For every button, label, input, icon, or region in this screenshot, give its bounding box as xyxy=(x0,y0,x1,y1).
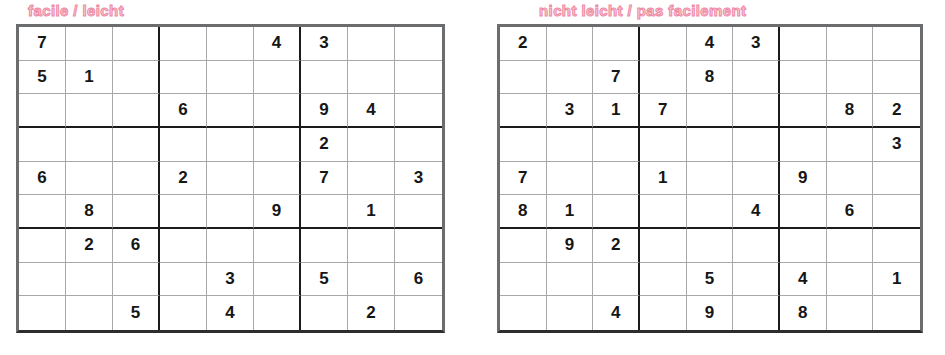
cell-r3c8: 4 xyxy=(348,94,395,128)
cell-r3c4: 6 xyxy=(160,94,207,128)
cell-r6c7 xyxy=(301,195,348,229)
cell-r3c6 xyxy=(733,94,780,128)
cell-r1c2 xyxy=(547,27,594,61)
cell-r1c7: 3 xyxy=(301,27,348,61)
cell-r5c3 xyxy=(593,162,640,196)
cell-r1c7 xyxy=(780,27,827,61)
cell-r4c1 xyxy=(19,128,66,162)
cell-r7c7 xyxy=(301,229,348,263)
cell-r6c8: 1 xyxy=(348,195,395,229)
cell-r1c1: 7 xyxy=(19,27,66,61)
cell-r1c3 xyxy=(593,27,640,61)
cell-r5c1: 6 xyxy=(19,162,66,196)
cell-r6c5 xyxy=(207,195,254,229)
cell-r2c4 xyxy=(160,61,207,95)
puzzle-title-hard: nicht leicht / pas facilement xyxy=(497,2,923,24)
cell-r5c5 xyxy=(687,162,734,196)
cell-r1c8 xyxy=(348,27,395,61)
cell-r6c7 xyxy=(780,195,827,229)
cell-r7c6 xyxy=(733,229,780,263)
cell-r4c3 xyxy=(593,128,640,162)
cell-r4c1 xyxy=(500,128,547,162)
cell-r7c4 xyxy=(640,229,687,263)
cell-r7c9 xyxy=(395,229,442,263)
cell-r8c3 xyxy=(113,263,160,297)
puzzle-easy: facile / leicht 743516942627389126356542 xyxy=(16,2,445,333)
sudoku-grid-easy: 743516942627389126356542 xyxy=(16,24,445,333)
cell-r9c4 xyxy=(160,296,207,330)
cell-r8c2 xyxy=(547,263,594,297)
cell-r2c5: 8 xyxy=(687,61,734,95)
cell-r3c2: 3 xyxy=(547,94,594,128)
cell-r6c5 xyxy=(687,195,734,229)
cell-r7c8 xyxy=(827,229,874,263)
cell-r6c3 xyxy=(593,195,640,229)
puzzle-hard: nicht leicht / pas facilement 2437831782… xyxy=(497,2,923,333)
cell-r5c8 xyxy=(348,162,395,196)
cell-r8c4 xyxy=(640,263,687,297)
cell-r9c2 xyxy=(66,296,113,330)
cell-r6c1 xyxy=(19,195,66,229)
cell-r4c4 xyxy=(160,128,207,162)
cell-r7c4 xyxy=(160,229,207,263)
cell-r4c8 xyxy=(348,128,395,162)
cell-r7c5 xyxy=(207,229,254,263)
cell-r8c5: 3 xyxy=(207,263,254,297)
cell-r5c4: 2 xyxy=(160,162,207,196)
cell-r1c1: 2 xyxy=(500,27,547,61)
cell-r7c2: 2 xyxy=(66,229,113,263)
cell-r2c9 xyxy=(873,61,920,95)
cell-r8c6 xyxy=(733,263,780,297)
cell-r8c3 xyxy=(593,263,640,297)
cell-r4c6 xyxy=(733,128,780,162)
cell-r3c6 xyxy=(254,94,301,128)
cell-r9c7: 8 xyxy=(780,296,827,330)
cell-r3c4: 7 xyxy=(640,94,687,128)
cell-r8c9: 1 xyxy=(873,263,920,297)
cell-r9c6 xyxy=(733,296,780,330)
cell-r6c4 xyxy=(160,195,207,229)
cell-r3c8: 8 xyxy=(827,94,874,128)
cell-r2c6 xyxy=(733,61,780,95)
cell-r3c1 xyxy=(500,94,547,128)
cell-r2c5 xyxy=(207,61,254,95)
cell-r7c2: 9 xyxy=(547,229,594,263)
cell-r8c8 xyxy=(348,263,395,297)
cell-r7c3: 6 xyxy=(113,229,160,263)
cell-r2c2 xyxy=(547,61,594,95)
cell-r9c1 xyxy=(500,296,547,330)
cell-r3c5 xyxy=(687,94,734,128)
cell-r5c4: 1 xyxy=(640,162,687,196)
cell-r1c6: 4 xyxy=(254,27,301,61)
cell-r1c9 xyxy=(873,27,920,61)
cell-r1c9 xyxy=(395,27,442,61)
cell-r9c2 xyxy=(547,296,594,330)
puzzle-title-easy: facile / leicht xyxy=(16,2,445,24)
cell-r6c9 xyxy=(395,195,442,229)
cell-r8c9: 6 xyxy=(395,263,442,297)
cell-r9c4 xyxy=(640,296,687,330)
cell-r9c9 xyxy=(395,296,442,330)
cell-r1c8 xyxy=(827,27,874,61)
cell-r5c7: 7 xyxy=(301,162,348,196)
cell-r8c6 xyxy=(254,263,301,297)
cell-r9c3: 5 xyxy=(113,296,160,330)
cell-r4c2 xyxy=(547,128,594,162)
cell-r6c1: 8 xyxy=(500,195,547,229)
cell-r2c1 xyxy=(500,61,547,95)
cell-r5c1: 7 xyxy=(500,162,547,196)
cell-r3c3: 1 xyxy=(593,94,640,128)
cell-r8c1 xyxy=(19,263,66,297)
cell-r7c5 xyxy=(687,229,734,263)
cell-r1c4 xyxy=(640,27,687,61)
cell-r4c4 xyxy=(640,128,687,162)
cell-r6c3 xyxy=(113,195,160,229)
cell-r8c1 xyxy=(500,263,547,297)
cell-r4c2 xyxy=(66,128,113,162)
cell-r2c3 xyxy=(113,61,160,95)
cell-r4c5 xyxy=(687,128,734,162)
cell-r2c6 xyxy=(254,61,301,95)
cell-r2c8 xyxy=(827,61,874,95)
cell-r6c6: 4 xyxy=(733,195,780,229)
cell-r9c6 xyxy=(254,296,301,330)
cell-r7c9 xyxy=(873,229,920,263)
cell-r3c9 xyxy=(395,94,442,128)
cell-r9c9 xyxy=(873,296,920,330)
cell-r5c2 xyxy=(66,162,113,196)
cell-r8c4 xyxy=(160,263,207,297)
cell-r1c5 xyxy=(207,27,254,61)
cell-r8c7: 4 xyxy=(780,263,827,297)
cell-r7c1 xyxy=(19,229,66,263)
cell-r4c3 xyxy=(113,128,160,162)
cell-r5c5 xyxy=(207,162,254,196)
cell-r8c8 xyxy=(827,263,874,297)
cell-r9c8: 2 xyxy=(348,296,395,330)
cell-r5c6 xyxy=(733,162,780,196)
cell-r6c2: 1 xyxy=(547,195,594,229)
cell-r3c5 xyxy=(207,94,254,128)
cell-r9c8 xyxy=(827,296,874,330)
cell-r2c8 xyxy=(348,61,395,95)
cell-r7c8 xyxy=(348,229,395,263)
cell-r7c6 xyxy=(254,229,301,263)
cell-r1c5: 4 xyxy=(687,27,734,61)
cell-r7c3: 2 xyxy=(593,229,640,263)
cell-r4c6 xyxy=(254,128,301,162)
cell-r9c7 xyxy=(301,296,348,330)
cell-r8c5: 5 xyxy=(687,263,734,297)
cell-r4c9: 3 xyxy=(873,128,920,162)
cell-r3c2 xyxy=(66,94,113,128)
cell-r7c1 xyxy=(500,229,547,263)
cell-r4c8 xyxy=(827,128,874,162)
cell-r6c9 xyxy=(873,195,920,229)
cell-r6c6: 9 xyxy=(254,195,301,229)
cell-r2c7 xyxy=(780,61,827,95)
cell-r2c7 xyxy=(301,61,348,95)
cell-r3c9: 2 xyxy=(873,94,920,128)
cell-r4c9 xyxy=(395,128,442,162)
cell-r5c7: 9 xyxy=(780,162,827,196)
cell-r3c7: 9 xyxy=(301,94,348,128)
cell-r5c3 xyxy=(113,162,160,196)
cell-r5c9: 3 xyxy=(395,162,442,196)
cell-r7c7 xyxy=(780,229,827,263)
cell-r8c2 xyxy=(66,263,113,297)
cell-r3c1 xyxy=(19,94,66,128)
cell-r8c7: 5 xyxy=(301,263,348,297)
cell-r9c5: 4 xyxy=(207,296,254,330)
cell-r2c9 xyxy=(395,61,442,95)
cell-r2c4 xyxy=(640,61,687,95)
cell-r1c6: 3 xyxy=(733,27,780,61)
cell-r2c2: 1 xyxy=(66,61,113,95)
cell-r1c2 xyxy=(66,27,113,61)
cell-r6c8: 6 xyxy=(827,195,874,229)
cell-r2c1: 5 xyxy=(19,61,66,95)
sudoku-grid-hard: 24378317823719814692541498 xyxy=(497,24,923,333)
cell-r5c2 xyxy=(547,162,594,196)
cell-r5c8 xyxy=(827,162,874,196)
cell-r1c4 xyxy=(160,27,207,61)
cell-r9c5: 9 xyxy=(687,296,734,330)
cell-r5c6 xyxy=(254,162,301,196)
cell-r4c7 xyxy=(780,128,827,162)
cell-r3c7 xyxy=(780,94,827,128)
cell-r1c3 xyxy=(113,27,160,61)
cell-r3c3 xyxy=(113,94,160,128)
cell-r6c2: 8 xyxy=(66,195,113,229)
cell-r6c4 xyxy=(640,195,687,229)
cell-r9c3: 4 xyxy=(593,296,640,330)
cell-r9c1 xyxy=(19,296,66,330)
cell-r2c3: 7 xyxy=(593,61,640,95)
cell-r4c7: 2 xyxy=(301,128,348,162)
cell-r5c9 xyxy=(873,162,920,196)
cell-r4c5 xyxy=(207,128,254,162)
